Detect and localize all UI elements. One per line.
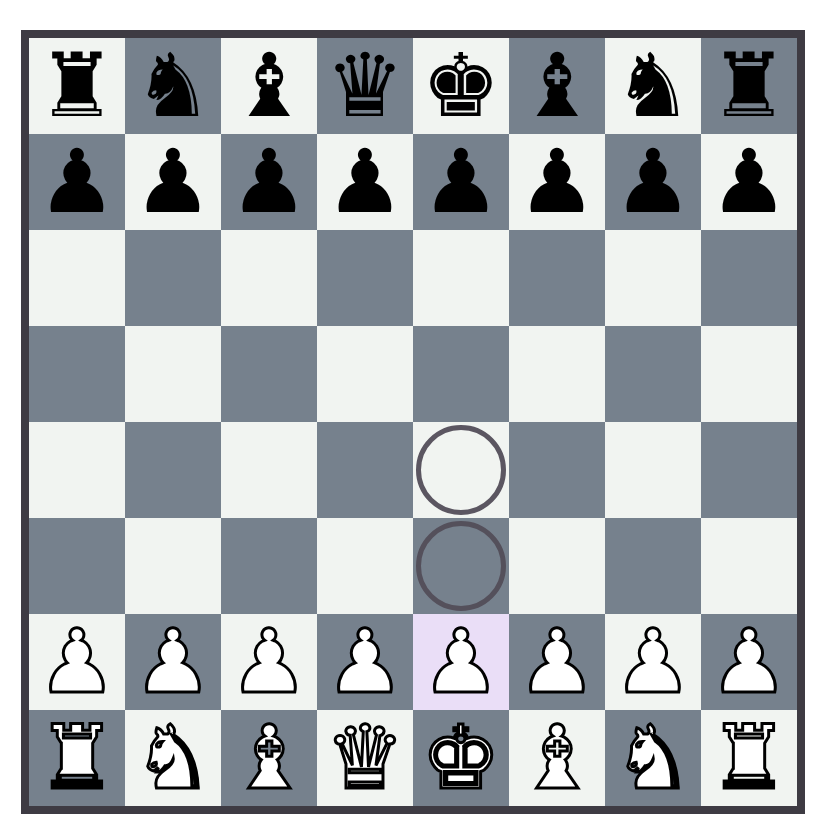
square-h8[interactable]: ♜ bbox=[701, 38, 797, 134]
square-h6[interactable] bbox=[701, 230, 797, 326]
square-a2[interactable]: ♟ bbox=[29, 614, 125, 710]
square-c4[interactable] bbox=[221, 422, 317, 518]
black-pawn[interactable]: ♟ bbox=[38, 134, 117, 230]
square-c7[interactable]: ♟ bbox=[221, 134, 317, 230]
square-f4[interactable] bbox=[509, 422, 605, 518]
white-bishop[interactable]: ♝ bbox=[230, 710, 309, 806]
white-pawn[interactable]: ♟ bbox=[710, 614, 789, 710]
black-pawn[interactable]: ♟ bbox=[230, 134, 309, 230]
square-e1[interactable]: ♚ bbox=[413, 710, 509, 806]
white-pawn[interactable]: ♟ bbox=[326, 614, 405, 710]
square-d6[interactable] bbox=[317, 230, 413, 326]
move-hint-ring[interactable] bbox=[416, 425, 506, 515]
white-pawn[interactable]: ♟ bbox=[230, 614, 309, 710]
square-g5[interactable] bbox=[605, 326, 701, 422]
black-pawn[interactable]: ♟ bbox=[614, 134, 693, 230]
square-f6[interactable] bbox=[509, 230, 605, 326]
white-rook[interactable]: ♜ bbox=[710, 710, 789, 806]
square-g2[interactable]: ♟ bbox=[605, 614, 701, 710]
black-pawn[interactable]: ♟ bbox=[518, 134, 597, 230]
white-pawn[interactable]: ♟ bbox=[38, 614, 117, 710]
white-king[interactable]: ♚ bbox=[422, 710, 501, 806]
white-queen[interactable]: ♛ bbox=[326, 710, 405, 806]
black-knight[interactable]: ♞ bbox=[134, 38, 213, 134]
square-e2[interactable]: ♟ bbox=[413, 614, 509, 710]
square-c2[interactable]: ♟ bbox=[221, 614, 317, 710]
square-e8[interactable]: ♚ bbox=[413, 38, 509, 134]
square-d1[interactable]: ♛ bbox=[317, 710, 413, 806]
square-c8[interactable]: ♝ bbox=[221, 38, 317, 134]
black-queen[interactable]: ♛ bbox=[326, 38, 405, 134]
square-e4[interactable] bbox=[413, 422, 509, 518]
square-c5[interactable] bbox=[221, 326, 317, 422]
square-g7[interactable]: ♟ bbox=[605, 134, 701, 230]
square-f7[interactable]: ♟ bbox=[509, 134, 605, 230]
chess-board: ♜♞♝♛♚♝♞♜♟♟♟♟♟♟♟♟♟♟♟♟♟♟♟♟♜♞♝♛♚♝♞♜ bbox=[29, 38, 797, 806]
square-g1[interactable]: ♞ bbox=[605, 710, 701, 806]
square-c1[interactable]: ♝ bbox=[221, 710, 317, 806]
square-f3[interactable] bbox=[509, 518, 605, 614]
square-b4[interactable] bbox=[125, 422, 221, 518]
white-pawn[interactable]: ♟ bbox=[422, 614, 501, 710]
square-f2[interactable]: ♟ bbox=[509, 614, 605, 710]
square-g4[interactable] bbox=[605, 422, 701, 518]
square-c6[interactable] bbox=[221, 230, 317, 326]
square-d3[interactable] bbox=[317, 518, 413, 614]
black-pawn[interactable]: ♟ bbox=[326, 134, 405, 230]
square-d4[interactable] bbox=[317, 422, 413, 518]
square-a1[interactable]: ♜ bbox=[29, 710, 125, 806]
square-b6[interactable] bbox=[125, 230, 221, 326]
square-c3[interactable] bbox=[221, 518, 317, 614]
square-h2[interactable]: ♟ bbox=[701, 614, 797, 710]
square-a3[interactable] bbox=[29, 518, 125, 614]
chess-board-frame: ♜♞♝♛♚♝♞♜♟♟♟♟♟♟♟♟♟♟♟♟♟♟♟♟♜♞♝♛♚♝♞♜ bbox=[21, 30, 805, 814]
square-a8[interactable]: ♜ bbox=[29, 38, 125, 134]
square-b3[interactable] bbox=[125, 518, 221, 614]
square-b1[interactable]: ♞ bbox=[125, 710, 221, 806]
square-h5[interactable] bbox=[701, 326, 797, 422]
white-knight[interactable]: ♞ bbox=[614, 710, 693, 806]
black-pawn[interactable]: ♟ bbox=[134, 134, 213, 230]
square-h7[interactable]: ♟ bbox=[701, 134, 797, 230]
square-h4[interactable] bbox=[701, 422, 797, 518]
black-king[interactable]: ♚ bbox=[422, 38, 501, 134]
square-e6[interactable] bbox=[413, 230, 509, 326]
black-bishop[interactable]: ♝ bbox=[230, 38, 309, 134]
black-pawn[interactable]: ♟ bbox=[710, 134, 789, 230]
square-e7[interactable]: ♟ bbox=[413, 134, 509, 230]
square-g3[interactable] bbox=[605, 518, 701, 614]
white-pawn[interactable]: ♟ bbox=[134, 614, 213, 710]
square-h3[interactable] bbox=[701, 518, 797, 614]
square-d2[interactable]: ♟ bbox=[317, 614, 413, 710]
square-a7[interactable]: ♟ bbox=[29, 134, 125, 230]
square-a5[interactable] bbox=[29, 326, 125, 422]
square-b2[interactable]: ♟ bbox=[125, 614, 221, 710]
black-bishop[interactable]: ♝ bbox=[518, 38, 597, 134]
square-a6[interactable] bbox=[29, 230, 125, 326]
white-pawn[interactable]: ♟ bbox=[518, 614, 597, 710]
black-knight[interactable]: ♞ bbox=[614, 38, 693, 134]
square-h1[interactable]: ♜ bbox=[701, 710, 797, 806]
white-rook[interactable]: ♜ bbox=[38, 710, 117, 806]
square-d7[interactable]: ♟ bbox=[317, 134, 413, 230]
square-f5[interactable] bbox=[509, 326, 605, 422]
square-a4[interactable] bbox=[29, 422, 125, 518]
square-b7[interactable]: ♟ bbox=[125, 134, 221, 230]
square-f1[interactable]: ♝ bbox=[509, 710, 605, 806]
square-g6[interactable] bbox=[605, 230, 701, 326]
move-hint-ring[interactable] bbox=[416, 521, 506, 611]
square-d5[interactable] bbox=[317, 326, 413, 422]
black-pawn[interactable]: ♟ bbox=[422, 134, 501, 230]
white-pawn[interactable]: ♟ bbox=[614, 614, 693, 710]
square-f8[interactable]: ♝ bbox=[509, 38, 605, 134]
black-rook[interactable]: ♜ bbox=[38, 38, 117, 134]
square-b5[interactable] bbox=[125, 326, 221, 422]
square-e3[interactable] bbox=[413, 518, 509, 614]
square-d8[interactable]: ♛ bbox=[317, 38, 413, 134]
square-e5[interactable] bbox=[413, 326, 509, 422]
square-g8[interactable]: ♞ bbox=[605, 38, 701, 134]
white-knight[interactable]: ♞ bbox=[134, 710, 213, 806]
square-b8[interactable]: ♞ bbox=[125, 38, 221, 134]
black-rook[interactable]: ♜ bbox=[710, 38, 789, 134]
white-bishop[interactable]: ♝ bbox=[518, 710, 597, 806]
